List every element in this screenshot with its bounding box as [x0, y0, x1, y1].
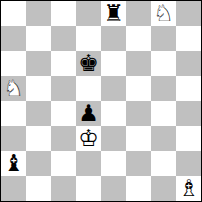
square-c7[interactable]	[51, 26, 76, 51]
square-b6[interactable]	[26, 51, 51, 76]
black-king-piece[interactable]: ♚	[76, 51, 101, 76]
white-knight-piece[interactable]: ♞♘	[151, 1, 176, 26]
square-c2[interactable]	[51, 151, 76, 176]
square-d1[interactable]	[76, 176, 101, 201]
square-e1[interactable]	[101, 176, 126, 201]
square-h4[interactable]	[176, 101, 201, 126]
chess-diagram: ♜♞♘♚♞♘♟♚♔♝♝♗	[0, 0, 202, 202]
white-king-piece[interactable]: ♚♔	[76, 126, 101, 151]
square-e8[interactable]: ♜	[101, 1, 126, 26]
square-f2[interactable]	[126, 151, 151, 176]
square-e4[interactable]	[101, 101, 126, 126]
square-f8[interactable]	[126, 1, 151, 26]
square-g6[interactable]	[151, 51, 176, 76]
square-f4[interactable]	[126, 101, 151, 126]
square-a4[interactable]	[1, 101, 26, 126]
square-d3[interactable]: ♚♔	[76, 126, 101, 151]
square-b5[interactable]	[26, 76, 51, 101]
square-f5[interactable]	[126, 76, 151, 101]
white-bishop-outline: ♗	[176, 176, 201, 201]
square-b1[interactable]	[26, 176, 51, 201]
square-d6[interactable]: ♚	[76, 51, 101, 76]
square-g5[interactable]	[151, 76, 176, 101]
square-b3[interactable]	[26, 126, 51, 151]
square-b7[interactable]	[26, 26, 51, 51]
square-h5[interactable]	[176, 76, 201, 101]
square-f3[interactable]	[126, 126, 151, 151]
square-e6[interactable]	[101, 51, 126, 76]
square-b8[interactable]	[26, 1, 51, 26]
square-a2[interactable]: ♝	[1, 151, 26, 176]
white-bishop-piece[interactable]: ♝♗	[176, 176, 201, 201]
square-e5[interactable]	[101, 76, 126, 101]
square-f1[interactable]	[126, 176, 151, 201]
square-g7[interactable]	[151, 26, 176, 51]
square-b2[interactable]	[26, 151, 51, 176]
square-h1[interactable]: ♝♗	[176, 176, 201, 201]
white-knight-outline: ♘	[1, 76, 26, 101]
square-a8[interactable]	[1, 1, 26, 26]
square-a3[interactable]	[1, 126, 26, 151]
black-pawn-piece[interactable]: ♟	[76, 101, 101, 126]
chess-board: ♜♞♘♚♞♘♟♚♔♝♝♗	[0, 0, 202, 202]
square-d7[interactable]	[76, 26, 101, 51]
square-g2[interactable]	[151, 151, 176, 176]
square-d4[interactable]: ♟	[76, 101, 101, 126]
square-d5[interactable]	[76, 76, 101, 101]
square-a1[interactable]	[1, 176, 26, 201]
black-rook-piece[interactable]: ♜	[101, 1, 126, 26]
square-c6[interactable]	[51, 51, 76, 76]
square-e3[interactable]	[101, 126, 126, 151]
square-h6[interactable]	[176, 51, 201, 76]
square-c5[interactable]	[51, 76, 76, 101]
square-a5[interactable]: ♞♘	[1, 76, 26, 101]
square-c1[interactable]	[51, 176, 76, 201]
square-c8[interactable]	[51, 1, 76, 26]
square-h3[interactable]	[176, 126, 201, 151]
white-knight-outline: ♘	[151, 1, 176, 26]
square-h7[interactable]	[176, 26, 201, 51]
square-g8[interactable]: ♞♘	[151, 1, 176, 26]
square-b4[interactable]	[26, 101, 51, 126]
square-h2[interactable]	[176, 151, 201, 176]
black-bishop-piece[interactable]: ♝	[1, 151, 26, 176]
square-g3[interactable]	[151, 126, 176, 151]
square-e2[interactable]	[101, 151, 126, 176]
square-d8[interactable]	[76, 1, 101, 26]
square-c3[interactable]	[51, 126, 76, 151]
white-knight-piece[interactable]: ♞♘	[1, 76, 26, 101]
square-d2[interactable]	[76, 151, 101, 176]
square-f7[interactable]	[126, 26, 151, 51]
square-a7[interactable]	[1, 26, 26, 51]
square-e7[interactable]	[101, 26, 126, 51]
square-c4[interactable]	[51, 101, 76, 126]
white-king-outline: ♔	[76, 126, 101, 151]
square-f6[interactable]	[126, 51, 151, 76]
square-h8[interactable]	[176, 1, 201, 26]
square-g4[interactable]	[151, 101, 176, 126]
square-g1[interactable]	[151, 176, 176, 201]
square-a6[interactable]	[1, 51, 26, 76]
